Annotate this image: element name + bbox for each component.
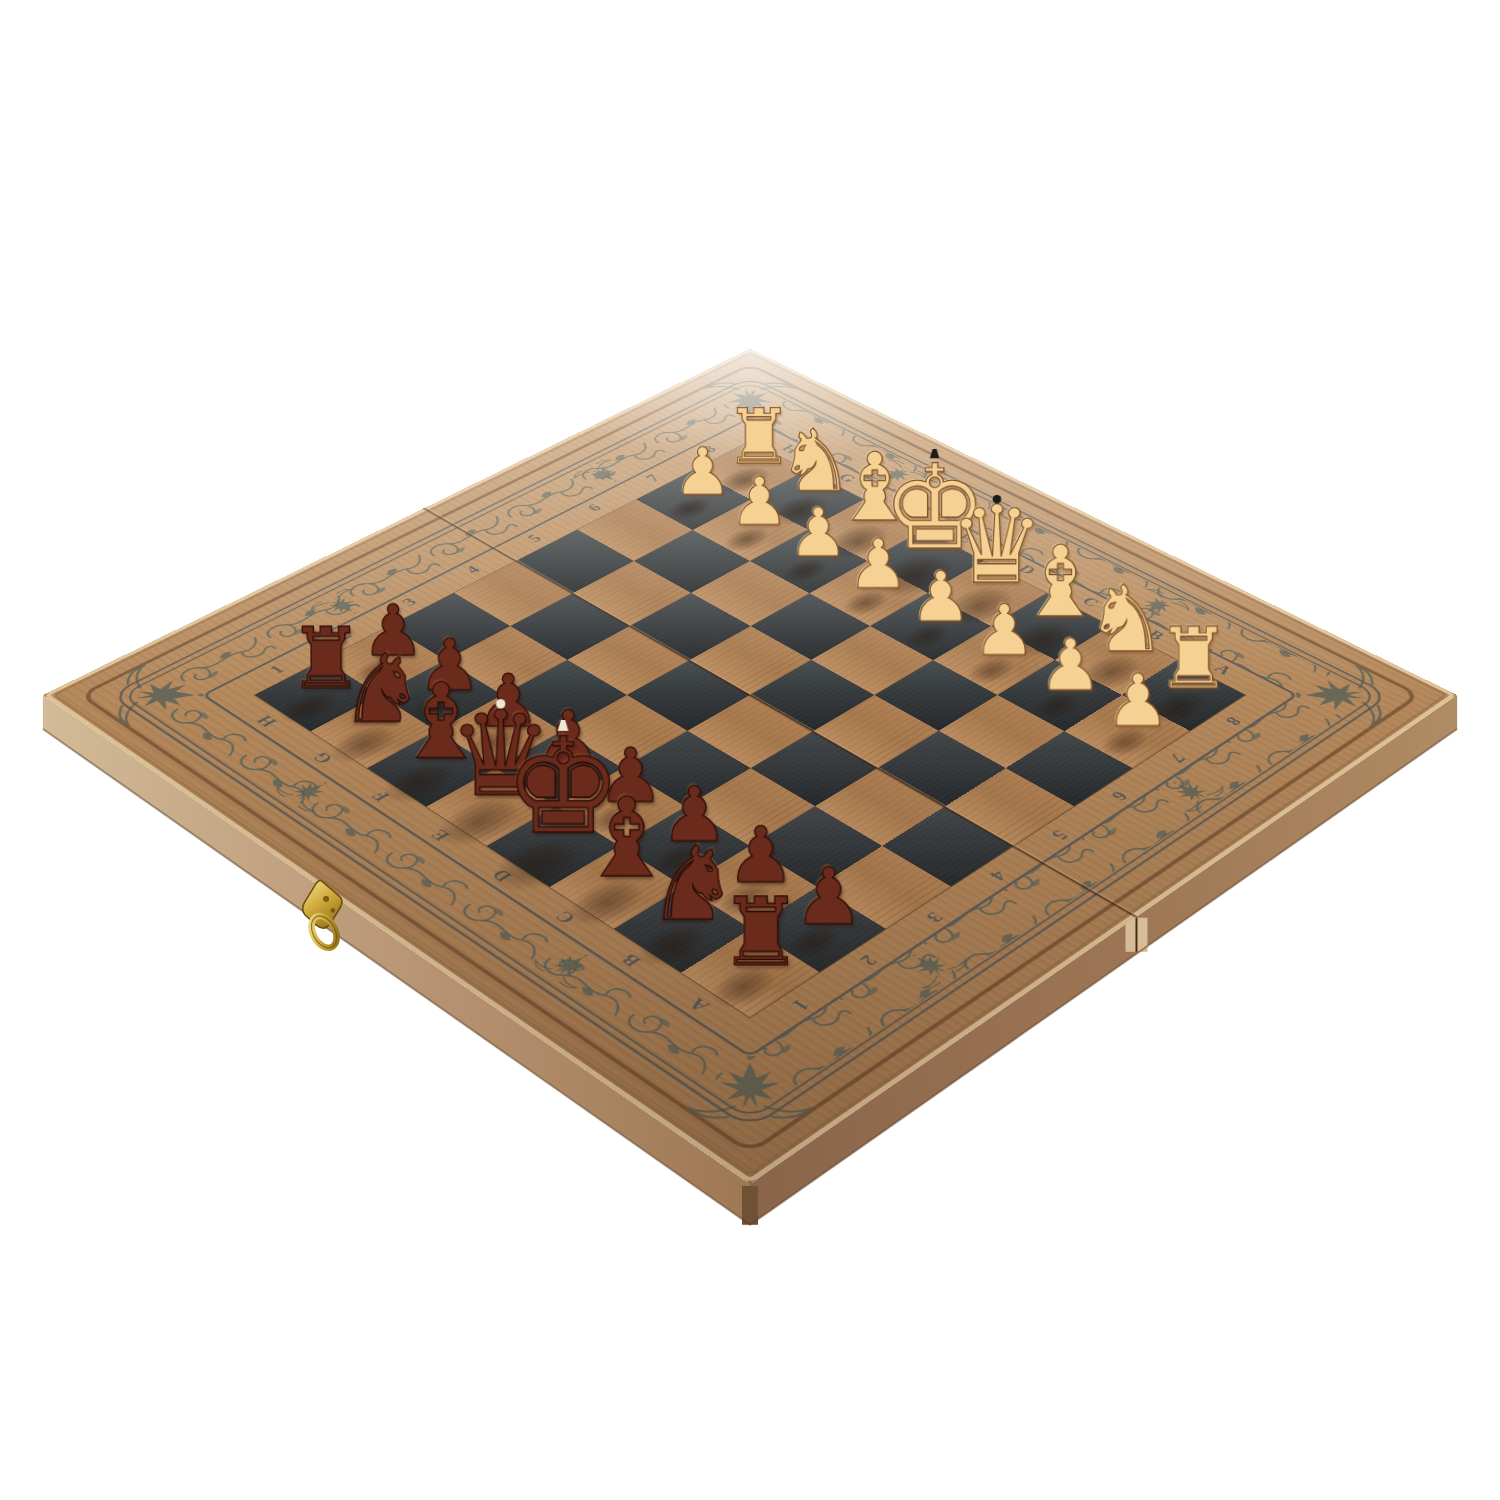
brass-clasp bbox=[296, 875, 350, 953]
product-photo-scene: HHGGFFEEDDCCBBAA1122334455667788 ♜♟♟♜♞♟♟… bbox=[0, 0, 1500, 1500]
clasp-layer bbox=[0, 0, 1500, 1500]
